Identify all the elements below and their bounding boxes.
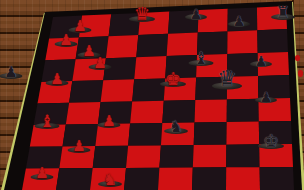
red-pawn-icon: ♟ xyxy=(73,19,86,34)
black-pawn-icon: ♟ xyxy=(255,54,268,68)
table-specks xyxy=(0,0,304,190)
black-king-icon: ♚ xyxy=(263,132,279,150)
red-pawn-icon: ♟ xyxy=(50,72,63,87)
red-pawn-icon: ♟ xyxy=(59,33,72,48)
red-pawn-icon: ♟ xyxy=(35,166,48,181)
red-pawn-icon: ♟ xyxy=(93,56,106,71)
red-bishop-icon: ♝ xyxy=(39,113,54,130)
red-knight-icon: ♞ xyxy=(103,172,117,188)
red-pawn-icon: ♟ xyxy=(72,139,85,154)
red-queen-icon: ♛ xyxy=(134,5,150,23)
black-pawn-icon: ♟ xyxy=(233,14,246,28)
black-pawn-icon: ♟ xyxy=(260,90,273,104)
wooden-table-background: ♟♛♟♟♜♟♟♟♝♟♟♚♛♟♝♟♞♟♚♟♞ ♟ xyxy=(0,0,304,190)
black-bishop-icon: ♝ xyxy=(193,50,208,67)
black-queen-icon: ♛ xyxy=(217,68,237,90)
red-speck-on-table xyxy=(295,55,300,61)
red-king-icon: ♚ xyxy=(165,70,181,88)
black-rook-icon: ♜ xyxy=(276,5,290,21)
black-pawn-icon: ♟ xyxy=(4,65,17,80)
red-pawn-icon: ♟ xyxy=(102,114,115,129)
black-knight-icon: ♞ xyxy=(169,119,183,135)
black-pawn-icon: ♟ xyxy=(190,7,203,21)
red-speck-on-table xyxy=(298,70,303,77)
